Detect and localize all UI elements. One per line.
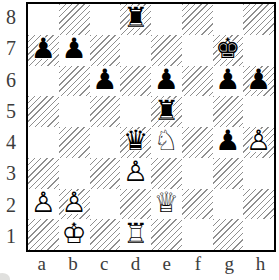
black-pawn-g6[interactable]: ♟ (215, 66, 240, 94)
square-f8[interactable] (182, 4, 213, 35)
square-f6[interactable] (182, 66, 213, 97)
square-c2[interactable] (90, 189, 121, 220)
square-e4[interactable]: ♞♘ (151, 127, 182, 158)
black-rook-d8[interactable]: ♜ (123, 5, 148, 33)
square-e8[interactable] (151, 4, 182, 35)
square-h5[interactable] (243, 96, 274, 127)
square-h6[interactable]: ♟ (243, 66, 274, 97)
square-f3[interactable] (182, 158, 213, 189)
square-d3[interactable]: ♟♙ (120, 158, 151, 189)
square-g2[interactable] (213, 189, 244, 220)
square-b5[interactable] (59, 96, 90, 127)
square-a3[interactable] (28, 158, 59, 189)
white-queen-e2[interactable]: ♕ (154, 189, 179, 217)
black-rook-e5[interactable]: ♜ (154, 97, 179, 125)
square-e6[interactable]: ♟ (151, 66, 182, 97)
black-pawn-e6[interactable]: ♟ (154, 66, 179, 94)
square-e1[interactable] (151, 219, 182, 250)
rank-label-6: 6 (0, 65, 22, 96)
square-e7[interactable] (151, 35, 182, 66)
square-d1[interactable]: ♜♖ (120, 219, 151, 250)
square-c7[interactable] (90, 35, 121, 66)
square-c1[interactable] (90, 219, 121, 250)
square-h1[interactable] (243, 219, 274, 250)
square-b8[interactable] (59, 4, 90, 35)
square-b4[interactable] (59, 127, 90, 158)
square-a7[interactable]: ♟ (28, 35, 59, 66)
square-f7[interactable] (182, 35, 213, 66)
square-h3[interactable] (243, 158, 274, 189)
black-king-g7[interactable]: ♚ (215, 36, 240, 64)
corner-artifact (0, 273, 10, 280)
square-d5[interactable] (120, 96, 151, 127)
rank-label-4: 4 (0, 127, 22, 158)
rank-label-3: 3 (0, 158, 22, 189)
white-pawn-b2[interactable]: ♙ (62, 189, 87, 217)
square-a8[interactable] (28, 4, 59, 35)
square-a2[interactable]: ♟♙ (28, 189, 59, 220)
square-d4[interactable]: ♛ (120, 127, 151, 158)
file-labels: abcdefgh (26, 252, 276, 276)
rank-labels: 87654321 (0, 2, 22, 252)
square-h8[interactable] (243, 4, 274, 35)
square-h2[interactable] (243, 189, 274, 220)
square-g5[interactable] (213, 96, 244, 127)
square-b1[interactable]: ♚♔ (59, 219, 90, 250)
square-a1[interactable] (28, 219, 59, 250)
square-d6[interactable] (120, 66, 151, 97)
chess-board: ♜♟♟♚♟♟♟♟♜♛♞♘♟♟♙♟♙♟♙♟♙♛♕♚♔♜♖ (26, 2, 276, 252)
file-label-e: e (151, 252, 182, 276)
square-d8[interactable]: ♜ (120, 4, 151, 35)
rank-label-8: 8 (0, 2, 22, 33)
square-e5[interactable]: ♜ (151, 96, 182, 127)
square-f4[interactable] (182, 127, 213, 158)
square-b2[interactable]: ♟♙ (59, 189, 90, 220)
file-label-a: a (26, 252, 57, 276)
square-g1[interactable] (213, 219, 244, 250)
square-f1[interactable] (182, 219, 213, 250)
square-g3[interactable] (213, 158, 244, 189)
white-king-b1[interactable]: ♔ (62, 220, 87, 248)
chess-diagram: 87654321 ♜♟♟♚♟♟♟♟♜♛♞♘♟♟♙♟♙♟♙♟♙♛♕♚♔♜♖ abc… (0, 0, 279, 280)
square-c4[interactable] (90, 127, 121, 158)
square-f5[interactable] (182, 96, 213, 127)
square-b7[interactable]: ♟ (59, 35, 90, 66)
black-pawn-b7[interactable]: ♟ (62, 36, 87, 64)
square-b6[interactable] (59, 66, 90, 97)
square-c8[interactable] (90, 4, 121, 35)
file-label-c: c (89, 252, 120, 276)
square-c3[interactable] (90, 158, 121, 189)
white-pawn-a2[interactable]: ♙ (31, 189, 56, 217)
file-label-f: f (182, 252, 213, 276)
square-d7[interactable] (120, 35, 151, 66)
file-label-b: b (57, 252, 88, 276)
square-a5[interactable] (28, 96, 59, 127)
file-label-g: g (214, 252, 245, 276)
square-f2[interactable] (182, 189, 213, 220)
square-c5[interactable] (90, 96, 121, 127)
square-d2[interactable] (120, 189, 151, 220)
square-a4[interactable] (28, 127, 59, 158)
rank-label-2: 2 (0, 190, 22, 221)
white-knight-e4[interactable]: ♘ (154, 128, 179, 156)
square-g6[interactable]: ♟ (213, 66, 244, 97)
square-g8[interactable] (213, 4, 244, 35)
square-h4[interactable]: ♟♙ (243, 127, 274, 158)
square-e3[interactable] (151, 158, 182, 189)
file-label-d: d (120, 252, 151, 276)
square-c6[interactable]: ♟ (90, 66, 121, 97)
square-e2[interactable]: ♛♕ (151, 189, 182, 220)
rank-label-5: 5 (0, 96, 22, 127)
square-b3[interactable] (59, 158, 90, 189)
white-rook-d1[interactable]: ♖ (123, 220, 148, 248)
black-pawn-c6[interactable]: ♟ (92, 66, 117, 94)
black-queen-d4[interactable]: ♛ (123, 128, 148, 156)
black-pawn-g4[interactable]: ♟ (215, 128, 240, 156)
rank-label-7: 7 (0, 33, 22, 64)
white-pawn-d3[interactable]: ♙ (123, 159, 148, 187)
rank-label-1: 1 (0, 221, 22, 252)
black-pawn-h6[interactable]: ♟ (246, 66, 271, 94)
file-label-h: h (245, 252, 276, 276)
square-h7[interactable] (243, 35, 274, 66)
black-pawn-a7[interactable]: ♟ (31, 36, 56, 64)
square-g7[interactable]: ♚ (213, 35, 244, 66)
square-g4[interactable]: ♟ (213, 127, 244, 158)
square-a6[interactable] (28, 66, 59, 97)
white-pawn-h4[interactable]: ♙ (246, 128, 271, 156)
